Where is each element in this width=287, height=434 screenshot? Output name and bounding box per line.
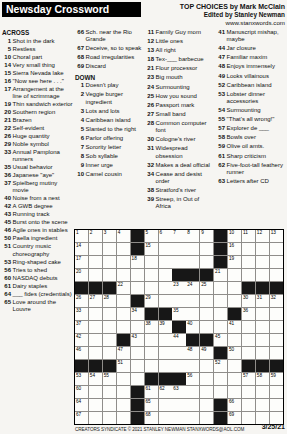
- clue: 43Running track: [2, 211, 73, 218]
- clue-text: Annual Pamplona runners: [13, 149, 73, 163]
- grid-cell[interactable]: 8: [186, 230, 199, 242]
- clue-number: 17: [2, 86, 13, 100]
- clue-text: Jar closure: [227, 45, 286, 52]
- cell-number: 12: [257, 230, 262, 235]
- clue: 5Restless: [2, 46, 73, 53]
- clue-number: 67: [75, 45, 86, 52]
- black-cell: [186, 334, 199, 346]
- clue: 48Enjoys immensely: [216, 63, 286, 70]
- grid-cell[interactable]: [200, 308, 213, 320]
- clue-text: Spielberg mutiny movie: [13, 180, 73, 194]
- cell-number: 13: [271, 230, 276, 235]
- grid-cell[interactable]: 44: [172, 334, 185, 346]
- grid-cell[interactable]: [117, 399, 130, 411]
- grid-cell[interactable]: 15: [145, 243, 158, 255]
- grid-cell[interactable]: 22: [117, 282, 130, 294]
- black-cell: [256, 282, 269, 294]
- grid-cell[interactable]: [159, 282, 172, 294]
- grid-cell[interactable]: 50: [228, 347, 241, 359]
- grid-cell[interactable]: 34: [131, 308, 144, 320]
- grid-cell[interactable]: 47: [117, 347, 130, 359]
- clue-text: Thin sandwich exterior: [13, 101, 73, 108]
- grid-cell[interactable]: 4: [117, 230, 130, 242]
- cell-number: 14: [76, 243, 81, 248]
- clue-text: Noble symbol: [13, 141, 73, 148]
- grid-cell[interactable]: [117, 386, 130, 398]
- grid-cell[interactable]: [159, 243, 172, 255]
- grid-cell[interactable]: [256, 269, 269, 281]
- grid-cell[interactable]: [214, 386, 227, 398]
- grid-cell[interactable]: 52: [214, 360, 227, 372]
- grid-cell[interactable]: 9: [200, 230, 213, 242]
- grid-cell[interactable]: [200, 399, 213, 411]
- grid-cell[interactable]: [270, 308, 283, 320]
- clue: 65Love around the Louvre: [2, 299, 73, 313]
- grid-cell[interactable]: [117, 243, 130, 255]
- grid-cell[interactable]: 53: [75, 373, 88, 385]
- grid-cell[interactable]: [172, 347, 185, 359]
- grid-cell[interactable]: [89, 347, 102, 359]
- clue-text: Camel cousin: [86, 171, 143, 178]
- clue: 51Country music choreography: [2, 243, 73, 257]
- grid-cell[interactable]: 43: [131, 334, 144, 346]
- grid-cell[interactable]: 58: [256, 373, 269, 385]
- grid-cell[interactable]: [159, 360, 172, 372]
- clue-text: Big mouth: [156, 74, 214, 81]
- grid-cell[interactable]: 36: [242, 308, 255, 320]
- grid-cell[interactable]: [186, 295, 199, 307]
- clue: 47Familiar maxim: [216, 54, 286, 61]
- grid-cell[interactable]: [145, 334, 158, 346]
- clue-number: 12: [145, 38, 156, 45]
- clue-column-2: 66Sch. near the Rio Grande67Deceive, so …: [75, 29, 143, 181]
- grid-cell[interactable]: [242, 321, 255, 333]
- grid-cell[interactable]: 14: [75, 243, 88, 255]
- grid-cell[interactable]: 38: [145, 321, 158, 333]
- grid-cell[interactable]: [159, 295, 172, 307]
- grid-cell[interactable]: [228, 373, 241, 385]
- cell-number: 21: [215, 269, 220, 274]
- grid-cell[interactable]: 13: [270, 230, 283, 242]
- grid-cell[interactable]: [89, 386, 102, 398]
- crossword-page: Newsday Crossword TOP CHOICES by Mark Mc…: [0, 0, 287, 434]
- grid-cell[interactable]: [186, 399, 199, 411]
- grid-cell[interactable]: [89, 308, 102, 320]
- grid-cell[interactable]: [200, 373, 213, 385]
- cell-number: 35: [173, 308, 178, 313]
- clue-text: Sch. near the Rio Grande: [86, 29, 143, 43]
- clue-number: 38: [145, 187, 156, 194]
- clue: 16"Now see here . . .": [2, 78, 73, 85]
- grid-cell[interactable]: [256, 399, 269, 411]
- grid-cell[interactable]: [186, 412, 199, 424]
- clue-text: Olive oil amts.: [227, 143, 286, 150]
- clue-text: Sierra Nevada lake: [13, 70, 73, 77]
- grid-cell[interactable]: [117, 269, 130, 281]
- grid-cell[interactable]: 69: [228, 412, 241, 424]
- cell-number: 66: [229, 399, 234, 404]
- grid-cell[interactable]: [242, 256, 255, 268]
- clue-text: Road irregularities: [86, 54, 143, 61]
- grid-cell[interactable]: 65: [145, 399, 158, 411]
- cell-number: 18: [132, 256, 137, 261]
- clue: 61Sharp criticism: [216, 153, 286, 160]
- grid-cell[interactable]: [186, 256, 199, 268]
- cell-number: 29: [145, 295, 150, 300]
- grid-cell[interactable]: [131, 373, 144, 385]
- grid-cell[interactable]: [242, 269, 255, 281]
- grid-cell[interactable]: 40: [186, 321, 199, 333]
- clue-text: Small band: [156, 111, 214, 118]
- grid-cell[interactable]: [228, 386, 241, 398]
- clue-text: Manuscript mishap, maybe: [227, 29, 286, 43]
- grid-cell[interactable]: 10: [228, 230, 241, 242]
- grid-cell[interactable]: 60: [75, 386, 88, 398]
- grid-cell[interactable]: [256, 347, 269, 359]
- cell-number: 52: [215, 360, 220, 365]
- clue-number: 69: [75, 63, 86, 70]
- grid-cell[interactable]: [159, 347, 172, 359]
- clue: 17Arrangement at the line of scrimmage: [2, 86, 73, 100]
- grid-cell[interactable]: [200, 412, 213, 424]
- grid-cell[interactable]: [242, 334, 255, 346]
- grid-cell[interactable]: 20: [75, 269, 88, 281]
- cell-number: 11: [243, 230, 248, 235]
- clue: 67Deceive, so to speak: [75, 45, 143, 52]
- grid-cell[interactable]: [270, 386, 283, 398]
- grid-cell[interactable]: 3: [103, 230, 116, 242]
- grid-cell[interactable]: 28: [103, 295, 116, 307]
- grid-cell[interactable]: [242, 386, 255, 398]
- grid-cell[interactable]: 39: [159, 321, 172, 333]
- grid-cell[interactable]: 55: [103, 373, 116, 385]
- grid-cell[interactable]: [270, 347, 283, 359]
- grid-cell[interactable]: 1: [75, 230, 88, 242]
- clue-number: 41: [216, 29, 227, 43]
- grid-cell[interactable]: 2: [89, 230, 102, 242]
- grid-cell[interactable]: [200, 386, 213, 398]
- cell-number: 65: [145, 399, 150, 404]
- clue: 50Paella ingredient: [2, 235, 73, 242]
- cell-number: 1: [76, 230, 79, 235]
- grid-cell[interactable]: [214, 295, 227, 307]
- cell-number: 19: [229, 256, 234, 261]
- clue-number: 18: [145, 56, 156, 63]
- grid-cell[interactable]: [103, 256, 116, 268]
- clue-text: Familiar maxim: [227, 54, 286, 61]
- clue-number: 37: [2, 180, 13, 194]
- clue: 41Manuscript mishap, maybe: [216, 29, 286, 43]
- clue-number: 55: [216, 116, 227, 123]
- grid-cell[interactable]: [200, 243, 213, 255]
- grid-cell[interactable]: [103, 243, 116, 255]
- grid-cell[interactable]: 16: [228, 243, 241, 255]
- grid-cell[interactable]: [200, 321, 213, 333]
- clue-text: Caribbean island: [227, 82, 286, 89]
- grid-cell[interactable]: [214, 321, 227, 333]
- clue-text: Discard: [86, 63, 143, 70]
- grid-cell[interactable]: [270, 243, 283, 255]
- grid-cell[interactable]: 31: [256, 295, 269, 307]
- clue-number: 39: [145, 196, 156, 210]
- cell-number: 2: [90, 230, 93, 235]
- clue-number: 53: [2, 259, 13, 266]
- grid-cell[interactable]: 33: [75, 308, 88, 320]
- grid-cell[interactable]: [186, 360, 199, 372]
- grid-cell[interactable]: [172, 399, 185, 411]
- clue-number: 51: [2, 243, 13, 257]
- clue: 26Passport mark: [145, 102, 214, 109]
- grid-cell[interactable]: [117, 295, 130, 307]
- grid-cell[interactable]: [214, 308, 227, 320]
- grid-cell[interactable]: [159, 412, 172, 424]
- grid-cell[interactable]: 51: [117, 360, 130, 372]
- grid-cell[interactable]: 24: [186, 282, 199, 294]
- clue-number: 10: [75, 171, 86, 178]
- grid-cell[interactable]: [228, 282, 241, 294]
- black-cell: [270, 360, 283, 372]
- grid-cell[interactable]: [117, 256, 130, 268]
- grid-cell[interactable]: [131, 321, 144, 333]
- grid-cell[interactable]: [117, 412, 130, 424]
- grid-cell[interactable]: 11: [242, 230, 255, 242]
- grid-cell[interactable]: 21: [214, 269, 227, 281]
- grid-cell[interactable]: [256, 386, 269, 398]
- editor-credit: Edited by Stanley Newman: [140, 11, 285, 19]
- grid-cell[interactable]: [159, 269, 172, 281]
- grid-cell[interactable]: 32: [270, 295, 283, 307]
- grid-cell[interactable]: 68: [145, 412, 158, 424]
- grid-cell[interactable]: 19: [228, 256, 241, 268]
- clue-text: Usual behavior: [13, 164, 73, 171]
- grid-cell[interactable]: 54: [89, 373, 102, 385]
- clue: 30Cologne's river: [145, 136, 214, 143]
- grid-cell[interactable]: 17: [75, 256, 88, 268]
- cell-number: 6: [159, 230, 162, 235]
- grid-cell[interactable]: [131, 269, 144, 281]
- clue: 7Sorority letter: [75, 144, 143, 151]
- black-cell: [200, 269, 213, 281]
- grid-cell[interactable]: [270, 269, 283, 281]
- grid-cell[interactable]: [131, 360, 144, 372]
- grid-cell[interactable]: 42: [75, 334, 88, 346]
- grid-cell[interactable]: [145, 360, 158, 372]
- grid-cell[interactable]: [89, 243, 102, 255]
- grid-cell[interactable]: [172, 360, 185, 372]
- clue-number: 57: [216, 125, 227, 132]
- clue-text: "That's all wrong!": [227, 116, 286, 123]
- grid-cell[interactable]: [89, 334, 102, 346]
- grid-cell[interactable]: [228, 360, 241, 372]
- clue-text: Stratford's river: [156, 187, 214, 194]
- clue-text: Lots and lots: [86, 108, 143, 115]
- black-cell: [131, 412, 144, 424]
- grid-cell[interactable]: 59: [270, 373, 283, 385]
- cell-number: 8: [187, 230, 190, 235]
- clue-number: 36: [2, 172, 13, 179]
- grid-cell[interactable]: [89, 269, 102, 281]
- clue-text: NASDAQ debuts: [13, 275, 73, 282]
- grid-cell[interactable]: [242, 243, 255, 255]
- grid-cell[interactable]: [103, 334, 116, 346]
- clue: 62Five-foot-tall feathery runner: [216, 162, 286, 176]
- grid-cell[interactable]: 12: [256, 230, 269, 242]
- grid-cell[interactable]: [159, 256, 172, 268]
- clue-number: 63: [216, 178, 227, 185]
- cell-number: 38: [145, 321, 150, 326]
- grid-cell[interactable]: [242, 399, 255, 411]
- grid-cell[interactable]: [242, 412, 255, 424]
- grid-cell[interactable]: [145, 269, 158, 281]
- clue-number: 49: [216, 73, 227, 80]
- grid-cell[interactable]: [103, 386, 116, 398]
- clue-text: Deceive, so to speak: [86, 45, 143, 52]
- grid-cell[interactable]: 62: [159, 386, 172, 398]
- grid-cell[interactable]: 5: [145, 230, 158, 242]
- grid-cell[interactable]: [103, 308, 116, 320]
- grid-cell[interactable]: [103, 412, 116, 424]
- grid-cell[interactable]: [172, 412, 185, 424]
- cell-number: 20: [76, 269, 81, 274]
- grid-cell[interactable]: [228, 334, 241, 346]
- grid-cell[interactable]: [159, 334, 172, 346]
- grid-cell[interactable]: 23: [172, 282, 185, 294]
- grid-cell[interactable]: [89, 399, 102, 411]
- grid-cell[interactable]: [186, 308, 199, 320]
- grid-cell[interactable]: [270, 321, 283, 333]
- clue-number: 40: [2, 195, 13, 202]
- clue: 53Ring-shaped cake: [2, 259, 73, 266]
- clue-number: 16: [2, 78, 13, 85]
- grid-cell[interactable]: 45: [214, 334, 227, 346]
- clue-text: Country music choreography: [13, 243, 73, 257]
- grid-cell[interactable]: [103, 399, 116, 411]
- grid-cell[interactable]: 64: [75, 399, 88, 411]
- grid-cell[interactable]: [172, 295, 185, 307]
- copyright-line: CREATORS SYNDICATE © 2021 STANLEY NEWMAN…: [75, 427, 244, 432]
- grid-cell[interactable]: [270, 399, 283, 411]
- grid-cell[interactable]: [186, 243, 199, 255]
- grid-cell[interactable]: [256, 256, 269, 268]
- cell-number: 9: [201, 230, 204, 235]
- clue: 42A GWB degree: [2, 203, 73, 210]
- black-cell: [117, 334, 130, 346]
- grid-cell[interactable]: 25: [200, 282, 213, 294]
- clue: 11Family Guy mom: [145, 29, 214, 36]
- grid-cell[interactable]: 49: [200, 347, 213, 359]
- cell-number: 44: [173, 334, 178, 339]
- grid-cell[interactable]: 61: [145, 386, 158, 398]
- black-cell: [145, 373, 158, 385]
- clue-number: 23: [145, 74, 156, 81]
- clue-number: 24: [145, 84, 156, 91]
- clue-text: Sob syllable: [86, 153, 143, 160]
- grid-cell[interactable]: [117, 308, 130, 320]
- grid-cell[interactable]: [131, 282, 144, 294]
- grid-cell[interactable]: 30: [242, 295, 255, 307]
- clue: 35Usual behavior: [2, 164, 73, 171]
- grid-cell[interactable]: [145, 256, 158, 268]
- grid-cell[interactable]: 29: [145, 295, 158, 307]
- grid-cell[interactable]: [172, 243, 185, 255]
- grid-cell[interactable]: [256, 308, 269, 320]
- grid-cell[interactable]: [256, 334, 269, 346]
- grid-cell[interactable]: [145, 282, 158, 294]
- grid-cell[interactable]: 27: [89, 295, 102, 307]
- clue-number: 13: [145, 47, 156, 54]
- grid-cell[interactable]: [186, 386, 199, 398]
- grid-cell[interactable]: 63: [172, 386, 185, 398]
- clue-text: Dairy staples: [13, 283, 73, 290]
- grid-cell[interactable]: [172, 256, 185, 268]
- grid-cell[interactable]: [228, 269, 241, 281]
- clue-number: 62: [216, 162, 227, 176]
- clue: 28Common computer font: [145, 120, 214, 134]
- grid-cell[interactable]: 18: [131, 256, 144, 268]
- grid-cell[interactable]: [256, 321, 269, 333]
- grid-cell[interactable]: [103, 347, 116, 359]
- grid-cell[interactable]: 66: [228, 399, 241, 411]
- grid-cell[interactable]: [214, 373, 227, 385]
- grid-cell[interactable]: [270, 256, 283, 268]
- grid-cell[interactable]: [228, 295, 241, 307]
- grid-cell[interactable]: 7: [172, 230, 185, 242]
- clue-number: 59: [216, 143, 227, 150]
- clue: 27Small band: [145, 111, 214, 118]
- clue-number: 66: [75, 29, 86, 43]
- grid-cell[interactable]: [200, 360, 213, 372]
- grid-cell[interactable]: 41: [228, 321, 241, 333]
- grid-cell[interactable]: 67: [75, 412, 88, 424]
- grid-cell[interactable]: [214, 282, 227, 294]
- grid-cell[interactable]: [89, 256, 102, 268]
- grid-cell[interactable]: [131, 347, 144, 359]
- grid-cell[interactable]: 56: [186, 373, 199, 385]
- grid-cell[interactable]: 26: [75, 295, 88, 307]
- grid-cell[interactable]: [117, 373, 130, 385]
- grid-cell[interactable]: [242, 347, 255, 359]
- clue: 55"That's all wrong!": [216, 116, 286, 123]
- cell-number: 30: [243, 295, 248, 300]
- grid-cell[interactable]: [159, 399, 172, 411]
- black-cell: [200, 334, 213, 346]
- grid-cell[interactable]: [89, 412, 102, 424]
- grid-cell[interactable]: 57: [242, 373, 255, 385]
- grid-cell[interactable]: 37: [75, 321, 88, 333]
- grid-cell[interactable]: [200, 295, 213, 307]
- grid-cell[interactable]: [256, 243, 269, 255]
- black-cell: [270, 282, 283, 294]
- grid-cell[interactable]: [103, 321, 116, 333]
- black-cell: [159, 308, 172, 320]
- byline-block: TOP CHOICES by Mark McClain Edited by St…: [140, 3, 285, 28]
- clue-number: 44: [216, 45, 227, 52]
- grid-cell[interactable]: [117, 321, 130, 333]
- grid-cell[interactable]: [145, 347, 158, 359]
- grid-cell[interactable]: [270, 334, 283, 346]
- cell-number: 7: [173, 230, 176, 235]
- grid-cell[interactable]: [89, 321, 102, 333]
- grid-cell[interactable]: [103, 269, 116, 281]
- cell-number: 53: [76, 373, 81, 378]
- grid-cell[interactable]: 6: [159, 230, 172, 242]
- clue: 33Annual Pamplona runners: [2, 149, 73, 163]
- grid-cell[interactable]: [200, 256, 213, 268]
- grid-cell[interactable]: 48: [186, 347, 199, 359]
- clue: 2Veggie burger ingredient: [75, 91, 143, 105]
- grid-cell[interactable]: 46: [75, 347, 88, 359]
- grid-cell[interactable]: 35: [172, 308, 185, 320]
